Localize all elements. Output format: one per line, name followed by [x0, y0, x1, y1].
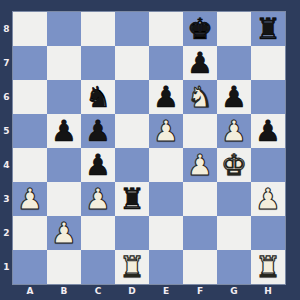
square-c2[interactable] — [81, 216, 115, 250]
rank-label-8: 8 — [0, 12, 13, 46]
square-d7[interactable] — [115, 46, 149, 80]
white-pawn[interactable]: ♟ — [51, 216, 77, 250]
square-f3[interactable] — [183, 182, 217, 216]
square-h4[interactable] — [251, 148, 285, 182]
square-e7[interactable] — [149, 46, 183, 80]
square-d4[interactable] — [115, 148, 149, 182]
chess-board: ♚♜♟♞♟♞♟♟♟♟♟♟♟♟♚♟♟♜♟♟♜♜ — [13, 12, 285, 284]
rank-label-5: 5 — [0, 114, 13, 148]
square-f8[interactable]: ♚ — [183, 12, 217, 46]
file-label-b: B — [47, 284, 81, 300]
square-e6[interactable]: ♟ — [149, 80, 183, 114]
white-king[interactable]: ♚ — [221, 148, 247, 182]
white-pawn[interactable]: ♟ — [153, 114, 179, 148]
square-b1[interactable] — [47, 250, 81, 284]
square-g4[interactable]: ♚ — [217, 148, 251, 182]
black-pawn[interactable]: ♟ — [85, 114, 111, 148]
square-e8[interactable] — [149, 12, 183, 46]
square-a8[interactable] — [13, 12, 47, 46]
black-knight[interactable]: ♞ — [85, 80, 111, 114]
black-king[interactable]: ♚ — [187, 12, 213, 46]
square-a6[interactable] — [13, 80, 47, 114]
square-a7[interactable] — [13, 46, 47, 80]
square-a1[interactable] — [13, 250, 47, 284]
black-pawn[interactable]: ♟ — [51, 114, 77, 148]
square-a4[interactable] — [13, 148, 47, 182]
square-e2[interactable] — [149, 216, 183, 250]
square-b6[interactable] — [47, 80, 81, 114]
square-d6[interactable] — [115, 80, 149, 114]
square-g7[interactable] — [217, 46, 251, 80]
white-pawn[interactable]: ♟ — [255, 182, 281, 216]
file-label-a: A — [13, 284, 47, 300]
black-pawn[interactable]: ♟ — [187, 46, 213, 80]
white-pawn[interactable]: ♟ — [85, 182, 111, 216]
square-c5[interactable]: ♟ — [81, 114, 115, 148]
square-d3[interactable]: ♜ — [115, 182, 149, 216]
square-g6[interactable]: ♟ — [217, 80, 251, 114]
file-label-d: D — [115, 284, 149, 300]
square-h8[interactable]: ♜ — [251, 12, 285, 46]
square-b5[interactable]: ♟ — [47, 114, 81, 148]
square-d1[interactable]: ♜ — [115, 250, 149, 284]
square-g3[interactable] — [217, 182, 251, 216]
square-e5[interactable]: ♟ — [149, 114, 183, 148]
square-c8[interactable] — [81, 12, 115, 46]
file-label-e: E — [149, 284, 183, 300]
square-h7[interactable] — [251, 46, 285, 80]
square-f6[interactable]: ♞ — [183, 80, 217, 114]
black-pawn[interactable]: ♟ — [221, 80, 247, 114]
square-b3[interactable] — [47, 182, 81, 216]
square-f5[interactable] — [183, 114, 217, 148]
square-f4[interactable]: ♟ — [183, 148, 217, 182]
square-e3[interactable] — [149, 182, 183, 216]
square-e1[interactable] — [149, 250, 183, 284]
black-pawn[interactable]: ♟ — [85, 148, 111, 182]
square-e4[interactable] — [149, 148, 183, 182]
square-h1[interactable]: ♜ — [251, 250, 285, 284]
rank-label-4: 4 — [0, 148, 13, 182]
rank-label-1: 1 — [0, 250, 13, 284]
square-c3[interactable]: ♟ — [81, 182, 115, 216]
white-pawn[interactable]: ♟ — [187, 148, 213, 182]
white-rook[interactable]: ♜ — [255, 250, 281, 284]
white-rook[interactable]: ♜ — [119, 250, 145, 284]
black-rook[interactable]: ♜ — [255, 12, 281, 46]
square-h3[interactable]: ♟ — [251, 182, 285, 216]
square-c1[interactable] — [81, 250, 115, 284]
square-b2[interactable]: ♟ — [47, 216, 81, 250]
square-a3[interactable]: ♟ — [13, 182, 47, 216]
rank-label-2: 2 — [0, 216, 13, 250]
white-pawn[interactable]: ♟ — [221, 114, 247, 148]
square-g8[interactable] — [217, 12, 251, 46]
square-b7[interactable] — [47, 46, 81, 80]
square-d2[interactable] — [115, 216, 149, 250]
file-label-c: C — [81, 284, 115, 300]
file-label-g: G — [217, 284, 251, 300]
square-f1[interactable] — [183, 250, 217, 284]
square-f7[interactable]: ♟ — [183, 46, 217, 80]
black-pawn[interactable]: ♟ — [255, 114, 281, 148]
file-label-h: H — [251, 284, 285, 300]
square-c4[interactable]: ♟ — [81, 148, 115, 182]
square-b8[interactable] — [47, 12, 81, 46]
rank-label-3: 3 — [0, 182, 13, 216]
square-f2[interactable] — [183, 216, 217, 250]
square-h6[interactable] — [251, 80, 285, 114]
file-label-f: F — [183, 284, 217, 300]
square-g2[interactable] — [217, 216, 251, 250]
black-pawn[interactable]: ♟ — [153, 80, 179, 114]
square-g5[interactable]: ♟ — [217, 114, 251, 148]
square-b4[interactable] — [47, 148, 81, 182]
white-pawn[interactable]: ♟ — [17, 182, 43, 216]
square-c6[interactable]: ♞ — [81, 80, 115, 114]
square-h2[interactable] — [251, 216, 285, 250]
square-a2[interactable] — [13, 216, 47, 250]
square-g1[interactable] — [217, 250, 251, 284]
square-a5[interactable] — [13, 114, 47, 148]
square-h5[interactable]: ♟ — [251, 114, 285, 148]
white-knight[interactable]: ♞ — [187, 80, 213, 114]
square-d8[interactable] — [115, 12, 149, 46]
black-rook[interactable]: ♜ — [119, 182, 145, 216]
rank-label-6: 6 — [0, 80, 13, 114]
square-c7[interactable] — [81, 46, 115, 80]
square-d5[interactable] — [115, 114, 149, 148]
rank-label-7: 7 — [0, 46, 13, 80]
chess-board-frame: ♚♜♟♞♟♞♟♟♟♟♟♟♟♟♚♟♟♜♟♟♜♜ 87654321 ABCDEFGH — [0, 0, 300, 300]
